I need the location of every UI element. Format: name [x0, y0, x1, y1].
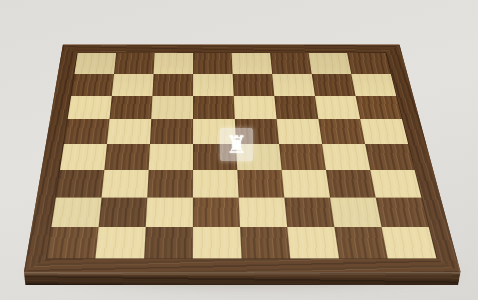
square-c2	[146, 198, 193, 227]
square-a2	[51, 198, 101, 227]
board-front-edge	[24, 272, 461, 285]
square-f5	[277, 119, 322, 144]
square-h5	[360, 119, 408, 144]
square-h2	[376, 198, 429, 227]
square-c8	[154, 53, 194, 74]
square-a8	[74, 53, 116, 74]
watermark: ♜	[220, 128, 253, 161]
square-g1	[334, 227, 387, 258]
square-a6	[68, 96, 112, 119]
square-g2	[330, 198, 382, 227]
square-f7	[272, 74, 315, 96]
square-h6	[356, 96, 402, 119]
square-f1	[287, 227, 339, 258]
square-b1	[95, 227, 145, 258]
square-c7	[152, 74, 193, 96]
square-g5	[318, 119, 365, 144]
square-a1	[47, 227, 99, 258]
board-frame-bottom	[24, 258, 461, 272]
square-d7	[193, 74, 234, 96]
square-f3	[282, 170, 330, 198]
square-e6	[234, 96, 277, 119]
square-d3	[193, 170, 239, 198]
square-c3	[147, 170, 193, 198]
square-a5	[64, 119, 109, 144]
square-d2	[193, 198, 240, 227]
square-e2	[239, 198, 288, 227]
square-e7	[233, 74, 275, 96]
square-b4	[104, 144, 150, 170]
photo-background: ♜	[0, 0, 478, 300]
square-a4	[60, 144, 107, 170]
square-b6	[109, 96, 152, 119]
square-a7	[71, 74, 114, 96]
square-h8	[347, 53, 391, 74]
square-c1	[144, 227, 193, 258]
square-d8	[193, 53, 233, 74]
square-b5	[107, 119, 151, 144]
square-e1	[240, 227, 290, 258]
square-g3	[326, 170, 376, 198]
square-g4	[322, 144, 370, 170]
square-a3	[56, 170, 104, 198]
square-b8	[114, 53, 155, 74]
square-f6	[274, 96, 318, 119]
square-h7	[351, 74, 396, 96]
square-b2	[99, 198, 148, 227]
square-h3	[370, 170, 421, 198]
square-h4	[365, 144, 414, 170]
square-e8	[232, 53, 273, 74]
square-e3	[237, 170, 284, 198]
square-c6	[151, 96, 193, 119]
square-c4	[149, 144, 193, 170]
square-f2	[284, 198, 334, 227]
square-g8	[309, 53, 352, 74]
white-rook-watermark-icon: ♜	[226, 133, 248, 157]
square-h1	[382, 227, 437, 258]
square-b7	[112, 74, 154, 96]
square-d1	[193, 227, 242, 258]
square-b3	[102, 170, 149, 198]
square-d6	[193, 96, 235, 119]
square-g6	[315, 96, 360, 119]
square-f8	[270, 53, 312, 74]
square-g7	[312, 74, 356, 96]
board-frame-top	[61, 45, 401, 53]
square-c5	[150, 119, 193, 144]
square-f4	[279, 144, 326, 170]
